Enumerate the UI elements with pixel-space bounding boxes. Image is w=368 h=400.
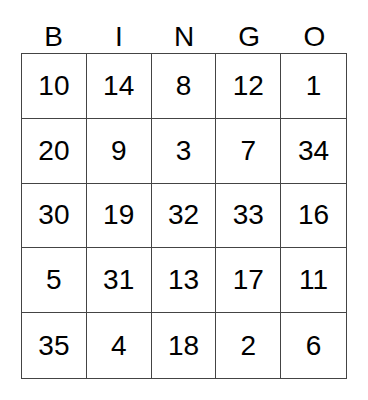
- cell-r0c4[interactable]: 1: [281, 54, 346, 119]
- cell-r0c3[interactable]: 12: [216, 54, 281, 119]
- cell-r1c0[interactable]: 20: [22, 119, 87, 184]
- cell-r3c2[interactable]: 13: [152, 248, 217, 313]
- cell-r1c1[interactable]: 9: [87, 119, 152, 184]
- cell-r2c4[interactable]: 16: [281, 184, 346, 249]
- cell-r2c3[interactable]: 33: [216, 184, 281, 249]
- cell-r1c3[interactable]: 7: [216, 119, 281, 184]
- header-letter-o: O: [282, 20, 347, 53]
- cell-r0c0[interactable]: 10: [22, 54, 87, 119]
- header-letter-i: I: [86, 20, 151, 53]
- cell-r3c3[interactable]: 17: [216, 248, 281, 313]
- bingo-header: B I N G O: [21, 20, 347, 53]
- cell-r4c3[interactable]: 2: [216, 313, 281, 378]
- header-letter-g: G: [217, 20, 282, 53]
- cell-r3c4[interactable]: 11: [281, 248, 346, 313]
- cell-r1c4[interactable]: 34: [281, 119, 346, 184]
- bingo-card: B I N G O 10 14 8 12 1 20 9 3 7 34 30 19…: [0, 0, 368, 400]
- cell-r2c2[interactable]: 32: [152, 184, 217, 249]
- cell-r0c1[interactable]: 14: [87, 54, 152, 119]
- cell-r4c2[interactable]: 18: [152, 313, 217, 378]
- cell-r4c0[interactable]: 35: [22, 313, 87, 378]
- cell-r0c2[interactable]: 8: [152, 54, 217, 119]
- header-letter-b: B: [21, 20, 86, 53]
- cell-r1c2[interactable]: 3: [152, 119, 217, 184]
- bingo-board: 10 14 8 12 1 20 9 3 7 34 30 19 32 33 16 …: [21, 53, 347, 379]
- cell-r4c4[interactable]: 6: [281, 313, 346, 378]
- header-letter-n: N: [151, 20, 216, 53]
- cell-r4c1[interactable]: 4: [87, 313, 152, 378]
- cell-r2c0[interactable]: 30: [22, 184, 87, 249]
- cell-r2c1[interactable]: 19: [87, 184, 152, 249]
- cell-r3c1[interactable]: 31: [87, 248, 152, 313]
- cell-r3c0[interactable]: 5: [22, 248, 87, 313]
